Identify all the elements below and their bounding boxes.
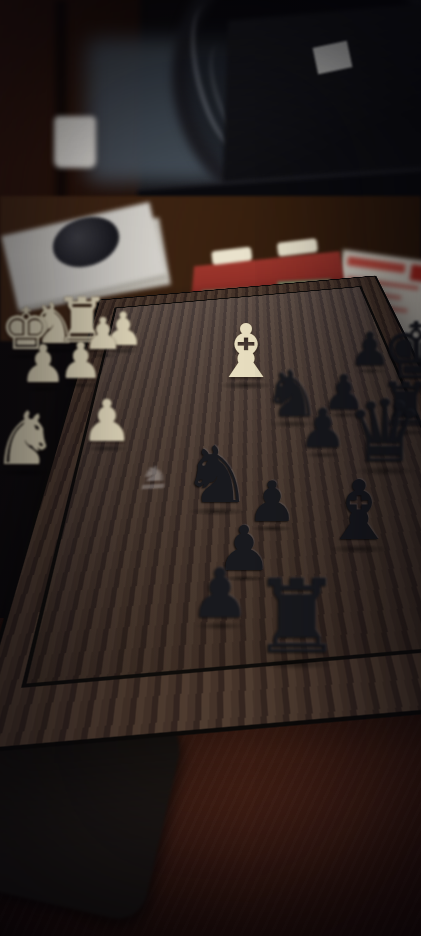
red-print-logo <box>410 264 421 283</box>
chess-game-photo: ♞ ♚♞♜♟♟♟♟♟♞♝♚♟♟♜♞♟♛♝♞♟♟♟♜ <box>0 0 421 936</box>
board-playing-area <box>27 287 421 683</box>
board-maker-watermark knight-logo-icon: ♞ <box>138 463 171 485</box>
red-print-bar <box>347 256 406 273</box>
white-cup <box>54 116 96 168</box>
